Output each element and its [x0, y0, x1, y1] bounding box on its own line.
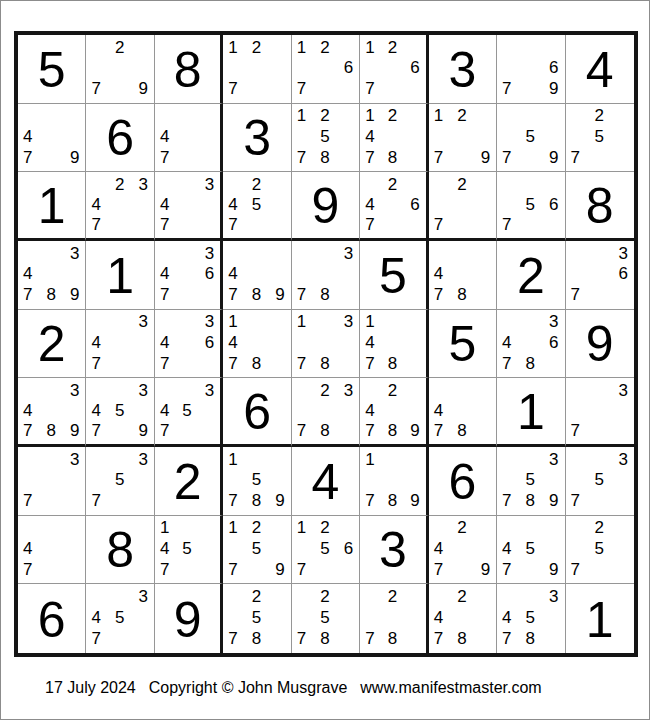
- cell-r8c5[interactable]: 12567: [292, 516, 360, 585]
- cell-r7c7[interactable]: 6: [429, 447, 497, 516]
- candidate-digit: 5: [521, 194, 540, 214]
- given-digit: 5: [379, 249, 407, 301]
- candidate-digit: 3: [129, 449, 148, 470]
- cell-r4c2[interactable]: 1: [86, 241, 154, 310]
- candidate-digit: 8: [452, 420, 471, 440]
- cell-r4c6[interactable]: 5: [360, 241, 428, 310]
- candidate-digit: 7: [228, 490, 247, 511]
- candidate-digit: 4: [91, 194, 110, 214]
- candidate-digit: 5: [521, 538, 540, 559]
- candidate-grid: 567: [502, 174, 558, 234]
- candidate-digit: 6: [196, 332, 214, 353]
- given-digit: 1: [106, 249, 134, 301]
- candidate-digit: 7: [502, 353, 521, 374]
- given-digit: 5: [448, 317, 476, 369]
- cell-r2c6[interactable]: 12478: [360, 104, 428, 173]
- candidate-digit: 4: [160, 400, 178, 420]
- candidate-grid: 2478: [434, 586, 490, 649]
- candidate-digit: 8: [521, 490, 540, 511]
- cell-r5c5[interactable]: 1378: [292, 310, 360, 379]
- candidate-grid: 2467: [365, 174, 419, 234]
- candidate-digit: 2: [247, 518, 266, 539]
- candidate-grid: 579: [502, 106, 558, 168]
- cell-r3c1[interactable]: 1: [18, 172, 86, 241]
- candidate-grid: 479: [23, 106, 79, 168]
- candidate-digit: 9: [540, 78, 559, 99]
- candidate-digit: 5: [178, 400, 196, 420]
- candidate-digit: 6: [540, 332, 559, 353]
- puzzle-page: 5279812712671267367944796473125781247812…: [0, 0, 650, 720]
- candidate-digit: 9: [471, 147, 490, 168]
- candidate-digit: 5: [247, 607, 266, 628]
- candidate-digit: 9: [129, 78, 148, 99]
- cell-r7c9[interactable]: 357: [566, 447, 634, 516]
- candidate-digit: 8: [42, 420, 61, 440]
- cell-r3c2[interactable]: 2347: [86, 172, 154, 241]
- cell-r6c7[interactable]: 478: [429, 378, 497, 447]
- cell-r4c4[interactable]: 4789: [223, 241, 291, 310]
- candidate-digit: 7: [365, 78, 383, 99]
- cell-r7c8[interactable]: 35789: [497, 447, 565, 516]
- candidate-grid: 12578: [297, 106, 353, 168]
- candidate-digit: 2: [452, 174, 471, 194]
- candidate-digit: 3: [196, 380, 214, 400]
- candidate-digit: 7: [228, 559, 247, 580]
- candidate-digit: 4: [365, 194, 383, 214]
- candidate-grid: 47: [160, 106, 214, 168]
- candidate-digit: 6: [540, 194, 559, 214]
- candidate-digit: 4: [365, 126, 383, 147]
- candidate-digit: 7: [228, 284, 247, 305]
- candidate-digit: 7: [365, 147, 383, 168]
- candidate-digit: 7: [297, 420, 316, 440]
- cell-r9c4[interactable]: 2578: [223, 584, 291, 653]
- cell-r1c6[interactable]: 1267: [360, 35, 428, 104]
- candidate-grid: 679: [502, 37, 558, 99]
- candidate-digit: 7: [91, 420, 110, 440]
- given-digit: 2: [38, 317, 66, 369]
- candidate-grid: 3457: [91, 586, 147, 649]
- candidate-digit: 2: [247, 37, 266, 58]
- cell-r9c6[interactable]: 278: [360, 584, 428, 653]
- candidate-digit: 7: [23, 420, 42, 440]
- candidate-digit: 3: [196, 312, 214, 333]
- cell-r6c4[interactable]: 6: [223, 378, 291, 447]
- cell-r6c5[interactable]: 2378: [292, 378, 360, 447]
- cell-r3c5[interactable]: 9: [292, 172, 360, 241]
- candidate-digit: 7: [571, 284, 590, 305]
- candidate-grid: 478: [434, 243, 490, 305]
- given-digit: 8: [174, 43, 202, 95]
- candidate-digit: 9: [61, 420, 80, 440]
- candidate-digit: 7: [160, 559, 178, 580]
- candidate-digit: 1: [297, 37, 316, 58]
- candidate-digit: 3: [129, 380, 148, 400]
- candidate-digit: 1: [297, 518, 316, 539]
- candidate-digit: 1: [297, 312, 316, 333]
- candidate-digit: 6: [540, 58, 559, 79]
- cell-r5c1[interactable]: 2: [18, 310, 86, 379]
- cell-r6c9[interactable]: 37: [566, 378, 634, 447]
- cell-r1c2[interactable]: 279: [86, 35, 154, 104]
- cell-r7c2[interactable]: 357: [86, 447, 154, 516]
- candidate-grid: 347: [160, 174, 214, 234]
- candidate-digit: 4: [434, 538, 453, 559]
- cell-r8c3[interactable]: 1457: [155, 516, 223, 585]
- candidate-digit: 7: [23, 284, 42, 305]
- candidate-grid: 127: [228, 37, 284, 99]
- cell-r2c8[interactable]: 579: [497, 104, 565, 173]
- candidate-digit: 3: [61, 449, 80, 470]
- cell-r5c2[interactable]: 347: [86, 310, 154, 379]
- candidate-digit: 7: [434, 214, 453, 234]
- cell-r1c5[interactable]: 1267: [292, 35, 360, 104]
- given-digit: 2: [174, 455, 202, 507]
- candidate-grid: 3467: [160, 312, 214, 374]
- candidate-digit: 4: [228, 194, 247, 214]
- candidate-grid: 35789: [502, 449, 558, 511]
- candidate-digit: 2: [383, 106, 401, 127]
- cell-r7c5[interactable]: 4: [292, 447, 360, 516]
- candidate-digit: 5: [178, 538, 196, 559]
- candidate-digit: 4: [23, 126, 42, 147]
- cell-r4c7[interactable]: 478: [429, 241, 497, 310]
- candidate-digit: 8: [247, 353, 266, 374]
- candidate-digit: 4: [23, 264, 42, 285]
- candidate-digit: 7: [91, 353, 110, 374]
- candidate-digit: 3: [540, 312, 559, 333]
- cell-r2c2[interactable]: 6: [86, 104, 154, 173]
- candidate-digit: 1: [297, 106, 316, 127]
- sudoku-board: 5279812712671267367944796473125781247812…: [14, 31, 638, 657]
- candidate-digit: 7: [160, 420, 178, 440]
- candidate-digit: 3: [196, 243, 214, 264]
- cell-r7c4[interactable]: 15789: [223, 447, 291, 516]
- candidate-digit: 7: [228, 628, 247, 649]
- cell-r4c3[interactable]: 3467: [155, 241, 223, 310]
- candidate-digit: 7: [297, 78, 316, 99]
- candidate-grid: 257: [571, 518, 628, 580]
- candidate-digit: 7: [228, 78, 247, 99]
- candidate-digit: 8: [316, 147, 335, 168]
- candidate-digit: 3: [61, 380, 80, 400]
- candidate-digit: 8: [316, 420, 335, 440]
- cell-r5c3[interactable]: 3467: [155, 310, 223, 379]
- cell-r9c5[interactable]: 2578: [292, 584, 360, 653]
- given-digit: 6: [243, 385, 271, 437]
- candidate-digit: 4: [228, 264, 247, 285]
- candidate-digit: 2: [383, 37, 401, 58]
- candidate-digit: 5: [521, 470, 540, 491]
- candidate-digit: 8: [383, 628, 401, 649]
- cell-r1c1[interactable]: 5: [18, 35, 86, 104]
- candidate-digit: 9: [402, 420, 420, 440]
- given-digit: 8: [586, 179, 614, 231]
- cell-r1c4[interactable]: 127: [223, 35, 291, 104]
- candidate-digit: 1: [365, 449, 383, 470]
- cell-r2c9[interactable]: 257: [566, 104, 634, 173]
- candidate-grid: 34678: [502, 312, 558, 374]
- cell-r3c7[interactable]: 27: [429, 172, 497, 241]
- candidate-digit: 5: [110, 470, 129, 491]
- candidate-digit: 5: [110, 607, 129, 628]
- candidate-digit: 3: [129, 174, 148, 194]
- candidate-digit: 7: [502, 78, 521, 99]
- candidate-grid: 2578: [228, 586, 284, 649]
- candidate-digit: 7: [571, 420, 590, 440]
- cell-r5c6[interactable]: 1478: [360, 310, 428, 379]
- candidate-grid: 357: [571, 449, 628, 511]
- candidate-digit: 6: [196, 264, 214, 285]
- cell-r1c7[interactable]: 3: [429, 35, 497, 104]
- given-digit: 9: [174, 593, 202, 645]
- candidate-grid: 12478: [365, 106, 419, 168]
- candidate-digit: 1: [365, 312, 383, 333]
- candidate-digit: 7: [502, 490, 521, 511]
- cell-r3c3[interactable]: 347: [155, 172, 223, 241]
- cell-r1c3[interactable]: 8: [155, 35, 223, 104]
- candidate-grid: 4579: [502, 518, 558, 580]
- given-digit: 1: [517, 385, 545, 437]
- candidate-grid: 1457: [160, 518, 214, 580]
- candidate-grid: 2347: [91, 174, 147, 234]
- candidate-digit: 4: [365, 400, 383, 420]
- cell-r4c9[interactable]: 367: [566, 241, 634, 310]
- candidate-digit: 5: [521, 126, 540, 147]
- candidate-digit: 4: [91, 400, 110, 420]
- candidate-digit: 7: [228, 353, 247, 374]
- candidate-digit: 5: [247, 470, 266, 491]
- candidate-digit: 9: [266, 559, 285, 580]
- candidate-digit: 5: [316, 126, 335, 147]
- candidate-grid: 367: [571, 243, 628, 305]
- candidate-digit: 7: [571, 559, 590, 580]
- candidate-digit: 6: [402, 58, 420, 79]
- cell-r5c4[interactable]: 1478: [223, 310, 291, 379]
- candidate-digit: 7: [571, 490, 590, 511]
- candidate-digit: 4: [434, 400, 453, 420]
- candidate-digit: 7: [365, 490, 383, 511]
- cell-r6c6[interactable]: 24789: [360, 378, 428, 447]
- candidate-digit: 4: [228, 332, 247, 353]
- candidate-digit: 5: [590, 538, 609, 559]
- cell-r5c7[interactable]: 5: [429, 310, 497, 379]
- candidate-digit: 2: [383, 586, 401, 607]
- given-digit: 4: [312, 455, 340, 507]
- candidate-grid: 15789: [228, 449, 284, 511]
- candidate-digit: 7: [434, 147, 453, 168]
- candidate-digit: 3: [334, 380, 353, 400]
- cell-r6c2[interactable]: 34579: [86, 378, 154, 447]
- cell-r8c4[interactable]: 12579: [223, 516, 291, 585]
- candidate-digit: 8: [452, 628, 471, 649]
- candidate-digit: 4: [23, 538, 42, 559]
- cell-r4c5[interactable]: 378: [292, 241, 360, 310]
- candidate-digit: 3: [129, 312, 148, 333]
- candidate-digit: 7: [365, 353, 383, 374]
- cell-r5c9[interactable]: 9: [566, 310, 634, 379]
- candidate-digit: 7: [365, 214, 383, 234]
- cell-r8c8[interactable]: 4579: [497, 516, 565, 585]
- cell-r9c7[interactable]: 2478: [429, 584, 497, 653]
- candidate-digit: 7: [91, 628, 110, 649]
- candidate-grid: 34578: [502, 586, 558, 649]
- given-digit: 3: [448, 43, 476, 95]
- candidate-digit: 3: [129, 586, 148, 607]
- candidate-grid: 2378: [297, 380, 353, 440]
- footer-date: 17 July 2024: [45, 678, 136, 697]
- given-digit: 4: [586, 43, 614, 95]
- candidate-grid: 34789: [23, 380, 79, 440]
- candidate-digit: 4: [91, 607, 110, 628]
- candidate-digit: 5: [110, 400, 129, 420]
- cell-r1c8[interactable]: 679: [497, 35, 565, 104]
- candidate-digit: 1: [160, 518, 178, 539]
- candidate-digit: 7: [502, 214, 521, 234]
- cell-r8c2[interactable]: 8: [86, 516, 154, 585]
- candidate-digit: 9: [540, 559, 559, 580]
- candidate-digit: 2: [316, 37, 335, 58]
- cell-r8c9[interactable]: 257: [566, 516, 634, 585]
- cell-r3c8[interactable]: 567: [497, 172, 565, 241]
- cell-r2c1[interactable]: 479: [18, 104, 86, 173]
- cell-r9c8[interactable]: 34578: [497, 584, 565, 653]
- cell-r9c2[interactable]: 3457: [86, 584, 154, 653]
- candidate-digit: 7: [91, 490, 110, 511]
- cell-r3c4[interactable]: 2457: [223, 172, 291, 241]
- candidate-digit: 3: [334, 243, 353, 264]
- candidate-grid: 1267: [297, 37, 353, 99]
- candidate-digit: 2: [247, 586, 266, 607]
- candidate-digit: 4: [160, 538, 178, 559]
- candidate-grid: 34579: [91, 380, 147, 440]
- candidate-digit: 7: [160, 147, 178, 168]
- candidate-digit: 7: [571, 147, 590, 168]
- cell-r6c8[interactable]: 1: [497, 378, 565, 447]
- candidate-grid: 3467: [160, 243, 214, 305]
- footer: 17 July 2024 Copyright © John Musgrave w…: [45, 678, 542, 697]
- candidate-digit: 2: [452, 106, 471, 127]
- candidate-digit: 2: [316, 106, 335, 127]
- candidate-grid: 2578: [297, 586, 353, 649]
- candidate-digit: 5: [521, 607, 540, 628]
- given-digit: 9: [312, 179, 340, 231]
- candidate-digit: 8: [383, 490, 401, 511]
- cell-r2c5[interactable]: 12578: [292, 104, 360, 173]
- candidate-digit: 7: [23, 490, 42, 511]
- cell-r1c9[interactable]: 4: [566, 35, 634, 104]
- cell-r3c9[interactable]: 8: [566, 172, 634, 241]
- candidate-digit: 7: [434, 420, 453, 440]
- cell-r9c3[interactable]: 9: [155, 584, 223, 653]
- given-digit: 6: [448, 455, 476, 507]
- candidate-digit: 7: [160, 353, 178, 374]
- cell-r7c6[interactable]: 1789: [360, 447, 428, 516]
- candidate-grid: 3457: [160, 380, 214, 440]
- given-digit: 3: [243, 111, 271, 163]
- candidate-digit: 2: [316, 380, 335, 400]
- candidate-digit: 5: [247, 538, 266, 559]
- candidate-digit: 8: [247, 490, 266, 511]
- cell-r5c8[interactable]: 34678: [497, 310, 565, 379]
- candidate-digit: 1: [228, 37, 247, 58]
- candidate-digit: 7: [91, 78, 110, 99]
- cell-r3c6[interactable]: 2467: [360, 172, 428, 241]
- candidate-digit: 7: [160, 284, 178, 305]
- candidate-digit: 7: [365, 420, 383, 440]
- given-digit: 9: [586, 317, 614, 369]
- candidate-digit: 2: [590, 106, 609, 127]
- given-digit: 3: [379, 523, 407, 575]
- candidate-digit: 7: [23, 559, 42, 580]
- candidate-digit: 7: [502, 559, 521, 580]
- candidate-digit: 8: [452, 284, 471, 305]
- cell-r2c7[interactable]: 1279: [429, 104, 497, 173]
- cell-r4c1[interactable]: 34789: [18, 241, 86, 310]
- cell-r2c4[interactable]: 3: [223, 104, 291, 173]
- candidate-digit: 8: [383, 353, 401, 374]
- candidate-digit: 9: [402, 490, 420, 511]
- given-digit: 6: [106, 111, 134, 163]
- candidate-digit: 4: [160, 194, 178, 214]
- candidate-digit: 2: [383, 174, 401, 194]
- candidate-digit: 5: [247, 194, 266, 214]
- candidate-grid: 2479: [434, 518, 490, 580]
- candidate-digit: 7: [160, 214, 178, 234]
- cell-r9c9[interactable]: 1: [566, 584, 634, 653]
- candidate-digit: 4: [160, 264, 178, 285]
- candidate-digit: 7: [365, 628, 383, 649]
- cell-r4c8[interactable]: 2: [497, 241, 565, 310]
- candidate-digit: 8: [383, 420, 401, 440]
- candidate-digit: 3: [540, 449, 559, 470]
- cell-r8c7[interactable]: 2479: [429, 516, 497, 585]
- candidate-digit: 6: [609, 264, 628, 285]
- candidate-digit: 2: [316, 518, 335, 539]
- candidate-digit: 8: [247, 628, 266, 649]
- candidate-digit: 2: [452, 586, 471, 607]
- candidate-digit: 1: [434, 106, 453, 127]
- given-digit: 5: [38, 43, 66, 95]
- candidate-digit: 7: [297, 147, 316, 168]
- cell-r7c1[interactable]: 37: [18, 447, 86, 516]
- candidate-digit: 7: [297, 559, 316, 580]
- candidate-digit: 4: [23, 400, 42, 420]
- cell-r8c6[interactable]: 3: [360, 516, 428, 585]
- cell-r9c1[interactable]: 6: [18, 584, 86, 653]
- candidate-digit: 7: [297, 284, 316, 305]
- candidate-digit: 8: [383, 147, 401, 168]
- cell-r7c3[interactable]: 2: [155, 447, 223, 516]
- candidate-digit: 7: [502, 628, 521, 649]
- cell-r6c3[interactable]: 3457: [155, 378, 223, 447]
- candidate-digit: 3: [61, 243, 80, 264]
- candidate-grid: 34789: [23, 243, 79, 305]
- given-digit: 1: [586, 593, 614, 645]
- cell-r6c1[interactable]: 34789: [18, 378, 86, 447]
- candidate-digit: 4: [434, 264, 453, 285]
- candidate-digit: 9: [266, 490, 285, 511]
- candidate-digit: 1: [228, 449, 247, 470]
- cell-r8c1[interactable]: 47: [18, 516, 86, 585]
- candidate-digit: 4: [502, 607, 521, 628]
- candidate-digit: 1: [365, 37, 383, 58]
- candidate-digit: 7: [91, 214, 110, 234]
- cell-r2c3[interactable]: 47: [155, 104, 223, 173]
- candidate-digit: 5: [590, 126, 609, 147]
- candidate-grid: 279: [91, 37, 147, 99]
- candidate-grid: 47: [23, 518, 79, 580]
